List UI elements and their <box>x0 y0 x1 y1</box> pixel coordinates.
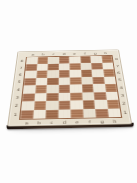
rank-label-right-2: 2 <box>121 101 125 105</box>
square-g5 <box>92 76 104 84</box>
rank-label-right-8: 8 <box>114 57 117 60</box>
file-label-top-c: c <box>52 52 55 55</box>
file-label-top-d: d <box>62 52 65 55</box>
square-a7 <box>25 63 37 70</box>
rank-label-left-6: 6 <box>18 73 21 76</box>
square-d6 <box>58 70 69 77</box>
square-d1 <box>57 109 70 118</box>
square-e4 <box>69 84 81 92</box>
square-c1 <box>45 109 58 118</box>
file-label-top-e: e <box>72 52 75 55</box>
square-g3 <box>93 91 106 99</box>
square-d5 <box>58 77 70 85</box>
square-c8 <box>47 56 58 63</box>
square-h6 <box>102 69 114 76</box>
square-e8 <box>69 56 80 63</box>
square-d3 <box>58 92 70 100</box>
square-b1 <box>32 109 45 118</box>
file-label-bottom-h: h <box>112 118 116 122</box>
square-c5 <box>46 77 58 85</box>
square-a2 <box>21 101 34 110</box>
square-a8 <box>26 57 37 64</box>
rank-label-right-4: 4 <box>119 85 123 88</box>
square-b8 <box>36 56 47 63</box>
square-b7 <box>36 63 47 70</box>
rank-label-right-3: 3 <box>120 93 124 97</box>
product-photo-background: aabbccddeeffgghh8877665544332211 <box>0 0 137 183</box>
rank-label-left-7: 7 <box>19 66 22 69</box>
square-e1 <box>70 108 83 117</box>
file-label-bottom-b: b <box>37 120 41 124</box>
file-label-bottom-g: g <box>100 119 104 123</box>
square-c2 <box>45 100 57 109</box>
rank-label-left-1: 1 <box>13 112 17 116</box>
square-g7 <box>91 62 103 69</box>
square-b2 <box>33 101 46 110</box>
board-frame: aabbccddeeffgghh8877665544332211 <box>7 49 132 126</box>
square-a4 <box>22 85 34 93</box>
square-e2 <box>70 100 83 109</box>
square-c7 <box>47 63 58 70</box>
file-label-top-h: h <box>103 51 106 54</box>
file-label-top-a: a <box>31 53 34 56</box>
square-b5 <box>35 77 47 85</box>
rank-label-left-3: 3 <box>15 95 19 99</box>
square-a1 <box>20 109 33 118</box>
file-label-bottom-c: c <box>50 119 53 123</box>
square-d4 <box>58 84 70 92</box>
square-f6 <box>80 69 92 76</box>
file-label-top-f: f <box>83 52 85 55</box>
square-e6 <box>69 69 80 76</box>
rank-label-right-7: 7 <box>115 64 119 67</box>
square-h1 <box>107 108 121 117</box>
rank-label-right-5: 5 <box>117 78 121 81</box>
square-f1 <box>82 108 95 117</box>
file-label-bottom-f: f <box>88 119 90 123</box>
square-d2 <box>58 100 70 109</box>
square-e7 <box>69 62 80 69</box>
rank-label-left-8: 8 <box>20 59 23 62</box>
square-h7 <box>101 62 113 69</box>
square-g6 <box>91 69 103 76</box>
square-c6 <box>47 70 58 77</box>
square-h8 <box>101 55 113 62</box>
file-label-bottom-e: e <box>75 119 79 123</box>
square-a6 <box>24 70 36 77</box>
square-a5 <box>23 77 35 85</box>
board-tilt-wrapper: aabbccddeeffgghh8877665544332211 <box>0 0 137 183</box>
square-f7 <box>80 62 91 69</box>
square-b3 <box>34 92 46 100</box>
square-f8 <box>79 56 90 63</box>
board-grid <box>18 55 121 120</box>
rank-label-left-4: 4 <box>16 87 20 90</box>
rank-label-left-5: 5 <box>17 80 21 83</box>
square-f2 <box>82 100 95 109</box>
square-g1 <box>95 108 108 117</box>
rank-label-left-2: 2 <box>14 103 18 107</box>
rank-label-right-6: 6 <box>116 71 120 74</box>
square-e5 <box>69 76 81 84</box>
board-coordinates: aabbccddeeffgghh8877665544332211 <box>18 50 118 52</box>
file-label-top-b: b <box>41 52 44 55</box>
square-h2 <box>106 99 119 108</box>
square-g8 <box>90 55 101 62</box>
file-label-bottom-d: d <box>62 119 66 123</box>
square-c4 <box>46 84 58 92</box>
square-a3 <box>22 93 35 101</box>
file-label-bottom-a: a <box>24 120 28 124</box>
square-b4 <box>34 85 46 93</box>
square-f5 <box>80 76 92 84</box>
square-d8 <box>58 56 69 63</box>
square-g2 <box>94 99 107 108</box>
square-h5 <box>103 76 115 84</box>
square-f4 <box>81 84 93 92</box>
square-b6 <box>35 70 47 77</box>
square-g4 <box>92 83 104 91</box>
chess-board: aabbccddeeffgghh8877665544332211 <box>7 49 132 126</box>
rank-label-right-1: 1 <box>123 110 127 114</box>
square-d7 <box>58 63 69 70</box>
square-h3 <box>105 91 118 99</box>
square-e3 <box>70 92 82 100</box>
file-label-top-g: g <box>93 51 96 54</box>
square-h4 <box>104 83 117 91</box>
square-c3 <box>46 92 58 100</box>
square-f3 <box>81 91 93 99</box>
